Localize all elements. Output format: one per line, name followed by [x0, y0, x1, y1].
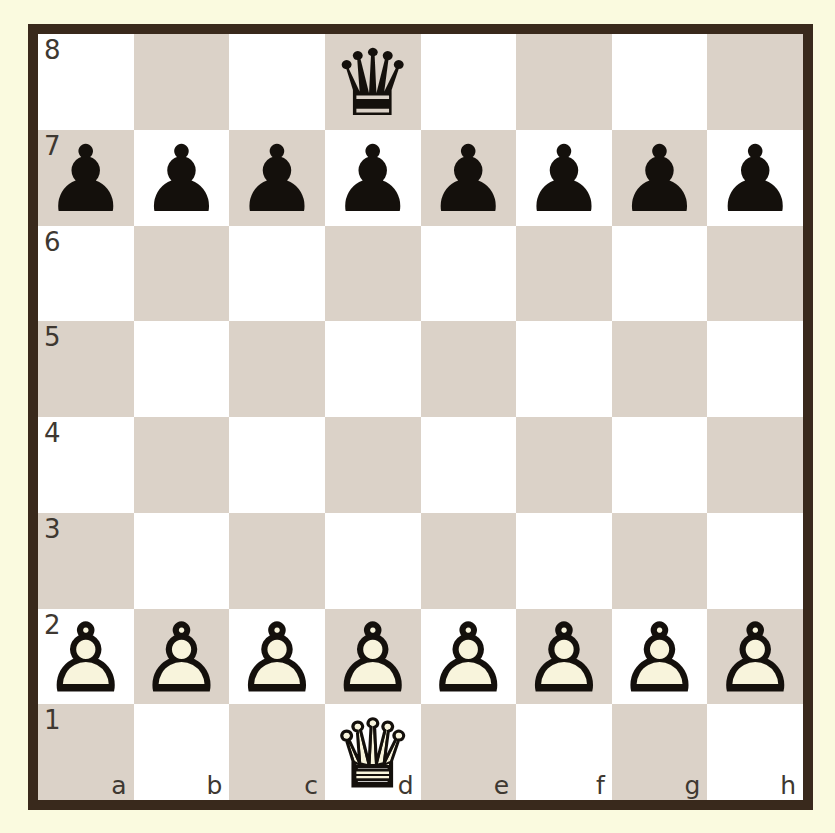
square-e5[interactable] [421, 321, 517, 417]
square-c3[interactable] [229, 513, 325, 609]
pawn-glyph: ♟ [612, 132, 708, 228]
piece-black-queen[interactable]: ♛ [325, 34, 421, 130]
square-b2[interactable]: ♟♙ [134, 609, 230, 705]
rank-label: 4 [44, 418, 61, 448]
file-label: h [780, 771, 796, 800]
square-e1[interactable]: e [421, 704, 517, 800]
square-f3[interactable] [516, 513, 612, 609]
piece-black-pawn[interactable]: ♟ [229, 130, 325, 226]
piece-black-pawn[interactable]: ♟ [38, 130, 134, 226]
piece-black-pawn[interactable]: ♟ [325, 130, 421, 226]
square-b1[interactable]: b [134, 704, 230, 800]
square-e6[interactable] [421, 226, 517, 322]
square-d6[interactable] [325, 226, 421, 322]
square-a4[interactable]: 4 [38, 417, 134, 513]
file-label: c [304, 771, 318, 800]
piece-white-pawn[interactable]: ♟♙ [612, 609, 708, 705]
piece-white-pawn[interactable]: ♟♙ [325, 609, 421, 705]
square-b8[interactable] [134, 34, 230, 130]
square-d5[interactable] [325, 321, 421, 417]
square-e2[interactable]: ♟♙ [421, 609, 517, 705]
square-a8[interactable]: 8 [38, 34, 134, 130]
piece-white-pawn[interactable]: ♟♙ [38, 609, 134, 705]
pawn-glyph: ♟ [229, 132, 325, 228]
square-c1[interactable]: c [229, 704, 325, 800]
piece-white-pawn[interactable]: ♟♙ [707, 609, 803, 705]
pawn-glyph: ♟ [134, 132, 230, 228]
square-b4[interactable] [134, 417, 230, 513]
square-h2[interactable]: ♟♙ [707, 609, 803, 705]
square-d2[interactable]: ♟♙ [325, 609, 421, 705]
square-c4[interactable] [229, 417, 325, 513]
square-f4[interactable] [516, 417, 612, 513]
square-f8[interactable] [516, 34, 612, 130]
square-h8[interactable] [707, 34, 803, 130]
square-a2[interactable]: 2♟♙ [38, 609, 134, 705]
square-h7[interactable]: ♟ [707, 130, 803, 226]
square-h5[interactable] [707, 321, 803, 417]
square-e3[interactable] [421, 513, 517, 609]
square-a1[interactable]: 1a [38, 704, 134, 800]
file-label: a [111, 771, 126, 800]
square-h4[interactable] [707, 417, 803, 513]
square-c2[interactable]: ♟♙ [229, 609, 325, 705]
square-g3[interactable] [612, 513, 708, 609]
square-f2[interactable]: ♟♙ [516, 609, 612, 705]
piece-white-pawn[interactable]: ♟♙ [421, 609, 517, 705]
square-f5[interactable] [516, 321, 612, 417]
square-e4[interactable] [421, 417, 517, 513]
square-d3[interactable] [325, 513, 421, 609]
square-g4[interactable] [612, 417, 708, 513]
file-label: g [685, 771, 701, 800]
pawn-outline-glyph: ♙ [229, 611, 325, 707]
square-a6[interactable]: 6 [38, 226, 134, 322]
square-g1[interactable]: g [612, 704, 708, 800]
square-f7[interactable]: ♟ [516, 130, 612, 226]
piece-white-pawn[interactable]: ♟♙ [516, 609, 612, 705]
pawn-glyph: ♟ [325, 132, 421, 228]
square-a5[interactable]: 5 [38, 321, 134, 417]
square-b6[interactable] [134, 226, 230, 322]
square-g6[interactable] [612, 226, 708, 322]
square-e8[interactable] [421, 34, 517, 130]
square-d4[interactable] [325, 417, 421, 513]
piece-black-pawn[interactable]: ♟ [134, 130, 230, 226]
file-label: f [596, 771, 605, 800]
piece-black-pawn[interactable]: ♟ [707, 130, 803, 226]
file-label: e [494, 771, 509, 800]
piece-white-pawn[interactable]: ♟♙ [134, 609, 230, 705]
chess-board-frame: 8♛7♟♟♟♟♟♟♟♟65432♟♙♟♙♟♙♟♙♟♙♟♙♟♙♟♙1abcd♛♕e… [28, 24, 813, 810]
square-a3[interactable]: 3 [38, 513, 134, 609]
pawn-outline-glyph: ♙ [707, 611, 803, 707]
square-c6[interactable] [229, 226, 325, 322]
pawn-outline-glyph: ♙ [325, 611, 421, 707]
pawn-outline-glyph: ♙ [516, 611, 612, 707]
piece-black-pawn[interactable]: ♟ [516, 130, 612, 226]
square-a7[interactable]: 7♟ [38, 130, 134, 226]
rank-label: 3 [44, 514, 61, 544]
square-f1[interactable]: f [516, 704, 612, 800]
piece-white-pawn[interactable]: ♟♙ [229, 609, 325, 705]
pawn-outline-glyph: ♙ [38, 611, 134, 707]
file-label: b [206, 771, 222, 800]
square-d1[interactable]: d♛♕ [325, 704, 421, 800]
square-c8[interactable] [229, 34, 325, 130]
square-h6[interactable] [707, 226, 803, 322]
square-g5[interactable] [612, 321, 708, 417]
piece-black-pawn[interactable]: ♟ [421, 130, 517, 226]
pawn-glyph: ♟ [516, 132, 612, 228]
square-d8[interactable]: ♛ [325, 34, 421, 130]
square-e7[interactable]: ♟ [421, 130, 517, 226]
square-b7[interactable]: ♟ [134, 130, 230, 226]
page-background: 8♛7♟♟♟♟♟♟♟♟65432♟♙♟♙♟♙♟♙♟♙♟♙♟♙♟♙1abcd♛♕e… [0, 0, 835, 833]
pawn-glyph: ♟ [421, 132, 517, 228]
chess-board[interactable]: 8♛7♟♟♟♟♟♟♟♟65432♟♙♟♙♟♙♟♙♟♙♟♙♟♙♟♙1abcd♛♕e… [38, 34, 803, 800]
pawn-glyph: ♟ [38, 132, 134, 228]
square-h1[interactable]: h [707, 704, 803, 800]
piece-black-pawn[interactable]: ♟ [612, 130, 708, 226]
square-g7[interactable]: ♟ [612, 130, 708, 226]
rank-label: 6 [44, 227, 61, 257]
pawn-outline-glyph: ♙ [134, 611, 230, 707]
square-c7[interactable]: ♟ [229, 130, 325, 226]
square-g8[interactable] [612, 34, 708, 130]
square-g2[interactable]: ♟♙ [612, 609, 708, 705]
square-d7[interactable]: ♟ [325, 130, 421, 226]
pawn-outline-glyph: ♙ [612, 611, 708, 707]
square-c5[interactable] [229, 321, 325, 417]
pawn-glyph: ♟ [707, 132, 803, 228]
square-b3[interactable] [134, 513, 230, 609]
square-f6[interactable] [516, 226, 612, 322]
pawn-outline-glyph: ♙ [421, 611, 517, 707]
rank-label: 5 [44, 322, 61, 352]
rank-label: 8 [44, 35, 61, 65]
queen-outline-glyph: ♕ [325, 706, 421, 802]
piece-white-queen[interactable]: ♛♕ [325, 704, 421, 800]
rank-label: 1 [44, 705, 61, 735]
square-h3[interactable] [707, 513, 803, 609]
queen-glyph: ♛ [325, 36, 421, 132]
square-b5[interactable] [134, 321, 230, 417]
